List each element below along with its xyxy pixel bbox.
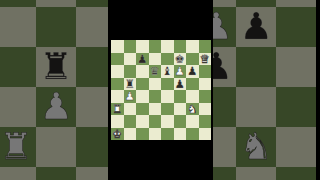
square-c3[interactable] [136,103,149,116]
piece-white-king[interactable]: ♚ [112,128,122,141]
square-a8[interactable] [111,40,124,53]
square-a7[interactable] [111,53,124,66]
square-d7[interactable] [149,53,162,66]
square-f7[interactable]: ♚ [174,53,187,66]
square-b8[interactable] [124,40,137,53]
square-f4[interactable] [174,90,187,103]
square-f8[interactable] [174,40,187,53]
square-f3[interactable] [174,103,187,116]
square-h2[interactable] [199,115,212,128]
piece-white-knight[interactable]: ♞ [187,103,197,116]
square-f1[interactable] [174,128,187,141]
square-d1[interactable] [149,128,162,141]
piece-black-pawn[interactable]: ♟ [175,78,185,91]
square-d5[interactable] [149,78,162,91]
square-a5[interactable] [111,78,124,91]
square-b5[interactable]: ♜ [124,78,137,91]
square-b1[interactable] [124,128,137,141]
square-h3[interactable] [199,103,212,116]
square-d2[interactable] [149,115,162,128]
square-e7[interactable] [161,53,174,66]
square-g2[interactable] [186,115,199,128]
piece-black-pawn[interactable]: ♟ [137,53,147,66]
square-b6[interactable] [124,65,137,78]
square-h5[interactable] [199,78,212,91]
square-d6[interactable]: ♛ [149,65,162,78]
square-g6[interactable]: ♟ [186,65,199,78]
square-f5[interactable]: ♟ [174,78,187,91]
piece-black-pawn[interactable]: ♟ [187,65,197,78]
square-g5[interactable] [186,78,199,91]
square-e5[interactable] [161,78,174,91]
square-e1[interactable] [161,128,174,141]
piece-black-rook[interactable]: ♜ [125,78,135,91]
square-a4[interactable] [111,90,124,103]
square-d3[interactable] [149,103,162,116]
square-h1[interactable] [199,128,212,141]
square-g8[interactable] [186,40,199,53]
square-c5[interactable] [136,78,149,91]
square-f2[interactable] [174,115,187,128]
square-c6[interactable] [136,65,149,78]
square-c7[interactable]: ♟ [136,53,149,66]
square-a2[interactable] [111,115,124,128]
square-d8[interactable] [149,40,162,53]
square-c4[interactable] [136,90,149,103]
square-e4[interactable] [161,90,174,103]
square-c8[interactable] [136,40,149,53]
square-a6[interactable] [111,65,124,78]
square-e3[interactable] [161,103,174,116]
square-c1[interactable] [136,128,149,141]
square-e8[interactable] [161,40,174,53]
square-g3[interactable]: ♞ [186,103,199,116]
piece-black-king[interactable]: ♚ [175,53,185,66]
square-g1[interactable] [186,128,199,141]
square-h6[interactable] [199,65,212,78]
square-b4[interactable]: ♟ [124,90,137,103]
square-e2[interactable] [161,115,174,128]
piece-black-bishop[interactable]: ♝ [162,65,172,78]
piece-black-queen[interactable]: ♛ [150,65,160,78]
square-e6[interactable]: ♝ [161,65,174,78]
square-f6[interactable]: ♟ [174,65,187,78]
piece-white-queen[interactable]: ♛ [200,53,210,66]
square-a3[interactable]: ♜ [111,103,124,116]
piece-white-rook[interactable]: ♜ [112,103,122,116]
square-a1[interactable]: ♚ [111,128,124,141]
square-g4[interactable] [186,90,199,103]
square-d4[interactable] [149,90,162,103]
chess-board[interactable]: ♟♚♛♛♝♟♟♜♟♟♜♞♚ [111,40,211,140]
square-c2[interactable] [136,115,149,128]
square-h8[interactable] [199,40,212,53]
piece-white-pawn[interactable]: ♟ [175,65,185,78]
piece-white-pawn[interactable]: ♟ [125,90,135,103]
square-h7[interactable]: ♛ [199,53,212,66]
video-frame: ♟♚♛♛♝♟♟♜♟♟♜♞♚ ♟♚♛♛♝♟♟♜♟♟♜♞♚ [0,0,320,180]
square-h4[interactable] [199,90,212,103]
square-g7[interactable] [186,53,199,66]
square-b2[interactable] [124,115,137,128]
square-b7[interactable] [124,53,137,66]
square-b3[interactable] [124,103,137,116]
